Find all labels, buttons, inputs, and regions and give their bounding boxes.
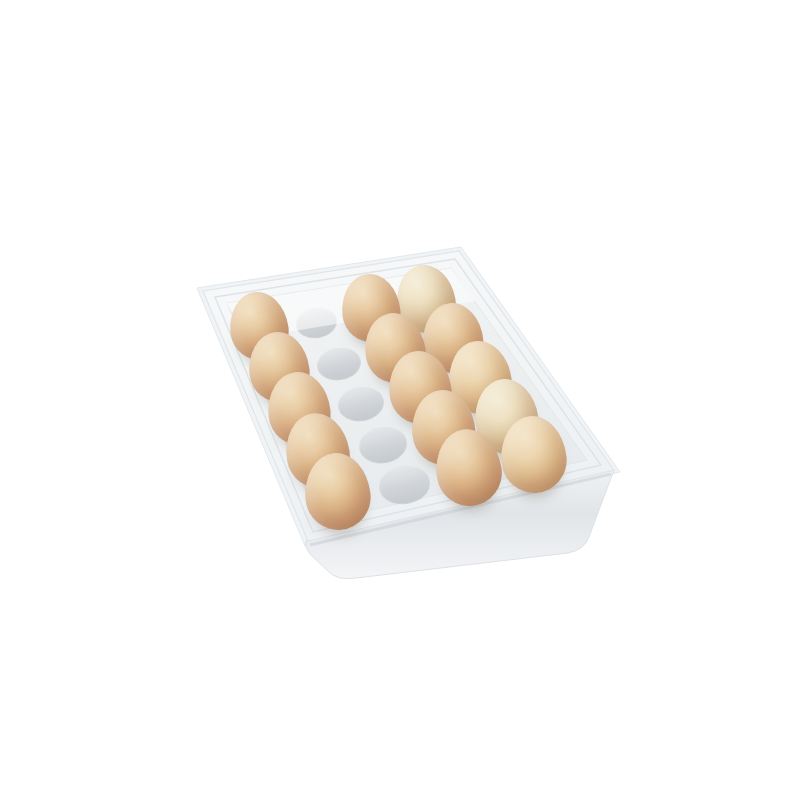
egg-storage-tray-photo (0, 0, 800, 800)
